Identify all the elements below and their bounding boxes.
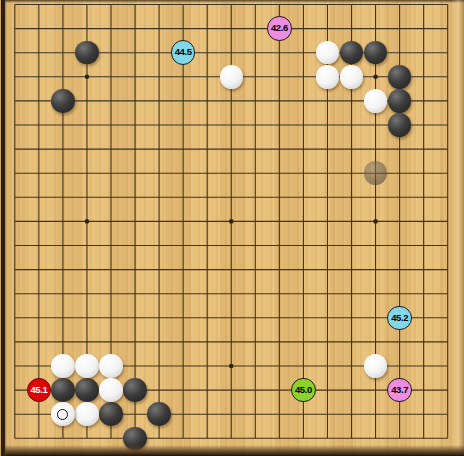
go-analysis-app: 44.542.645.245.043.745.1 [0,0,464,456]
white-stone [99,378,123,402]
winrate-label[interactable]: 43.7 [387,378,412,403]
black-stone [51,89,75,113]
black-stone [75,41,99,65]
star-point [229,364,234,369]
star-point [85,219,90,224]
star-point [373,75,378,80]
black-stone [388,113,412,137]
black-stone [388,89,412,113]
star-point [229,219,234,224]
white-stone [51,354,75,378]
white-stone [364,354,388,378]
black-stone [99,402,123,426]
winrate-label[interactable]: 45.2 [387,306,412,331]
board-edge-right [452,0,464,456]
black-stone [147,402,171,426]
black-stone [123,378,147,402]
board-edge-left [0,0,7,456]
white-stone [220,65,244,89]
white-stone [99,354,123,378]
white-stone [340,65,364,89]
board-edge-top [0,0,464,3]
white-stone [75,354,99,378]
board-edge-bottom [0,445,464,456]
white-stone [316,65,340,89]
ghost-stone-preview [364,161,388,185]
black-stone [75,378,99,402]
star-point [373,219,378,224]
winrate-label[interactable]: 42.6 [267,16,292,41]
winrate-label[interactable]: 44.5 [171,40,196,65]
go-board[interactable]: 44.542.645.245.043.745.1 [0,0,464,456]
black-stone [388,65,412,89]
winrate-label[interactable]: 45.0 [291,378,316,403]
black-stone [51,378,75,402]
white-stone [75,402,99,426]
star-point [85,75,90,80]
white-stone [364,89,388,113]
